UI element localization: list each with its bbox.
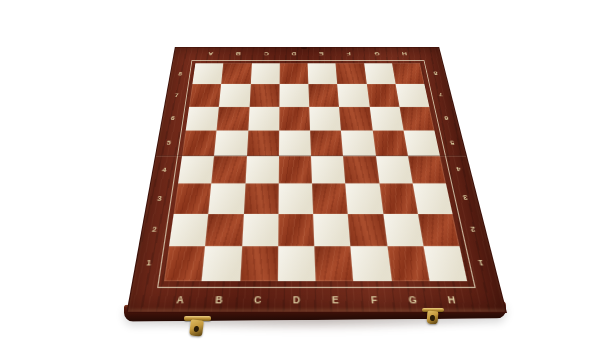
clasp-hole-icon [430,315,435,321]
square-h8 [392,63,425,84]
clasp-strap-icon [189,319,204,336]
square-b6 [217,106,249,130]
rank-label-rotated-1: 1 [466,246,496,281]
square-a4 [178,156,214,184]
square-d1 [278,246,316,281]
rank-label-6: 6 [162,106,184,130]
square-c3 [243,184,278,214]
chess-board: ABCDEFGH ABCDEFGH 87654321 87654321 [126,47,507,313]
square-c2 [242,214,279,246]
square-a8 [192,63,223,84]
square-f3 [346,184,383,214]
board-squares [164,63,467,281]
square-a6 [186,106,219,130]
rank-label-8: 8 [170,63,190,84]
square-c4 [245,156,279,184]
square-c5 [247,130,279,156]
square-d7 [279,84,309,106]
file-label-d: D [277,289,316,312]
square-f8 [336,63,367,84]
file-label-e: E [316,289,356,312]
file-label-rotated-f: F [334,48,363,60]
file-label-rotated-h: H [389,48,419,60]
rank-label-4: 4 [152,156,176,184]
square-h7 [395,84,429,106]
square-a7 [189,84,221,106]
file-label-rotated-b: B [224,48,253,60]
square-f2 [348,214,387,246]
clasp-hole-icon [194,326,200,333]
square-h2 [418,214,460,246]
square-f7 [337,84,369,106]
square-f5 [341,130,375,156]
rank-label-7: 7 [166,84,187,106]
square-b3 [209,184,245,214]
file-label-rotated-d: D [280,48,308,60]
rank-label-rotated-6: 6 [435,106,459,130]
square-h3 [413,184,453,214]
square-f4 [343,156,379,184]
photo-background: ABCDEFGH ABCDEFGH 87654321 87654321 [0,0,600,360]
square-g4 [376,156,413,184]
square-c8 [250,63,279,84]
square-e3 [312,184,348,214]
perspective-scene: ABCDEFGH ABCDEFGH 87654321 87654321 [0,0,600,360]
square-e6 [309,106,341,130]
brass-clasp-right [422,308,444,324]
square-e7 [308,84,339,106]
square-a1 [164,246,205,281]
square-b2 [205,214,243,246]
square-h4 [408,156,446,184]
square-h5 [403,130,440,156]
square-d5 [279,130,311,156]
brass-clasp-left [184,316,211,336]
far-edge-seam-mark [301,47,307,49]
rank-label-rotated-2: 2 [459,214,488,246]
square-d2 [278,214,314,246]
square-g7 [366,84,399,106]
rank-label-2: 2 [141,214,167,246]
square-h1 [423,246,467,281]
rank-label-rotated-4: 4 [446,156,472,184]
square-a2 [169,214,209,246]
square-g8 [364,63,396,84]
square-e4 [311,156,346,184]
file-label-rotated-g: G [362,48,391,60]
rank-label-rotated-5: 5 [440,130,465,156]
square-b4 [212,156,247,184]
file-label-c: C [238,289,277,312]
square-a5 [182,130,217,156]
square-c1 [240,246,278,281]
square-g1 [387,246,429,281]
square-d4 [279,156,312,184]
square-e2 [313,214,350,246]
square-h6 [399,106,434,130]
file-labels-top: ABCDEFGH [196,48,419,60]
square-a3 [174,184,212,214]
square-g6 [369,106,403,130]
file-label-rotated-a: A [196,48,225,60]
rank-label-rotated-8: 8 [425,63,447,84]
square-e8 [308,63,338,84]
file-label-rotated-e: E [307,48,335,60]
square-c7 [249,84,279,106]
square-g3 [379,184,418,214]
file-label-b: B [199,289,239,312]
square-f6 [339,106,372,130]
square-f1 [351,246,392,281]
file-label-a: A [160,289,202,312]
square-b1 [202,246,242,281]
square-g2 [383,214,423,246]
rank-label-rotated-3: 3 [452,184,479,214]
square-d3 [278,184,313,214]
square-e1 [314,246,353,281]
square-d8 [279,63,308,84]
square-e5 [310,130,343,156]
clasp-strap-icon [427,311,439,325]
square-c6 [248,106,279,130]
rank-label-rotated-7: 7 [430,84,453,106]
file-label-f: F [354,289,395,312]
square-b8 [221,63,251,84]
file-label-rotated-c: C [252,48,280,60]
square-g5 [372,130,408,156]
rank-label-5: 5 [157,130,180,156]
rank-label-3: 3 [147,184,172,214]
square-d6 [279,106,310,130]
square-b5 [214,130,248,156]
square-b7 [219,84,250,106]
rank-label-1: 1 [135,246,163,281]
